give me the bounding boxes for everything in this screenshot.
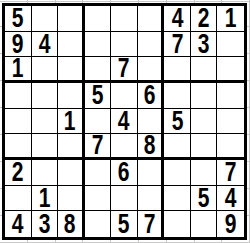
cell-r6c1[interactable] <box>5 134 32 160</box>
given-digit: 2 <box>198 6 210 32</box>
sudoku-screen: 54219473175614578267154438579 <box>0 0 250 243</box>
cell-r9c4[interactable] <box>85 211 112 237</box>
cell-r1c6[interactable] <box>138 6 165 32</box>
given-digit: 7 <box>118 57 130 82</box>
cell-r6c8[interactable] <box>191 134 218 160</box>
cell-r3c6[interactable] <box>138 57 165 83</box>
given-digit: 4 <box>38 32 50 58</box>
given-digit: 4 <box>118 109 130 135</box>
given-digit: 1 <box>12 57 24 82</box>
sudoku-board: 54219473175614578267154438579 <box>2 3 247 240</box>
cell-r4c9[interactable] <box>217 83 244 109</box>
cell-r7c5: 6 <box>111 160 138 186</box>
given-digit: 1 <box>64 109 76 135</box>
cell-r1c8: 2 <box>191 6 218 32</box>
cell-r8c5[interactable] <box>111 186 138 212</box>
cell-r6c6: 8 <box>138 134 165 160</box>
cell-r3c3[interactable] <box>58 57 85 83</box>
cell-r4c1[interactable] <box>5 83 32 109</box>
cell-r8c3[interactable] <box>58 186 85 212</box>
cell-r9c2: 3 <box>32 211 59 237</box>
cell-r8c4[interactable] <box>85 186 112 212</box>
given-digit: 5 <box>92 83 104 109</box>
cell-r7c9: 7 <box>217 160 244 186</box>
cell-r1c9: 1 <box>217 6 244 32</box>
faint-top-gridline <box>0 1 250 2</box>
cell-r9c5: 5 <box>111 211 138 237</box>
given-digit: 7 <box>144 211 156 237</box>
given-digit: 4 <box>12 211 24 237</box>
given-digit: 7 <box>171 32 183 58</box>
given-digit: 8 <box>64 211 76 237</box>
given-digit: 6 <box>144 83 156 109</box>
cell-r5c4[interactable] <box>85 109 112 135</box>
cell-r8c8: 5 <box>191 186 218 212</box>
cell-r6c3[interactable] <box>58 134 85 160</box>
cell-r6c9[interactable] <box>217 134 244 160</box>
cell-r4c3[interactable] <box>58 83 85 109</box>
given-digit: 5 <box>171 109 183 135</box>
cell-r4c6: 6 <box>138 83 165 109</box>
given-digit: 5 <box>118 211 130 237</box>
cell-r5c6[interactable] <box>138 109 165 135</box>
cell-r8c9: 4 <box>217 186 244 212</box>
cell-r2c3[interactable] <box>58 32 85 58</box>
given-digit: 2 <box>12 160 24 186</box>
cell-r1c7: 4 <box>164 6 191 32</box>
cell-r5c5: 4 <box>111 109 138 135</box>
given-digit: 5 <box>198 186 210 212</box>
cell-r7c6[interactable] <box>138 160 165 186</box>
cell-r5c9[interactable] <box>217 109 244 135</box>
given-digit: 8 <box>144 134 156 159</box>
cell-r6c5[interactable] <box>111 134 138 160</box>
given-digit: 3 <box>198 32 210 58</box>
cell-r1c5[interactable] <box>111 6 138 32</box>
given-digit: 5 <box>12 6 24 32</box>
cell-r8c7[interactable] <box>164 186 191 212</box>
cell-r1c2[interactable] <box>32 6 59 32</box>
cell-r3c2[interactable] <box>32 57 59 83</box>
cell-r4c8[interactable] <box>191 83 218 109</box>
cell-r3c8[interactable] <box>191 57 218 83</box>
cell-r4c4: 5 <box>85 83 112 109</box>
cell-r2c9[interactable] <box>217 32 244 58</box>
cell-r8c2: 1 <box>32 186 59 212</box>
cell-r2c8: 3 <box>191 32 218 58</box>
cell-r8c6[interactable] <box>138 186 165 212</box>
cell-r5c3: 1 <box>58 109 85 135</box>
cell-r3c4[interactable] <box>85 57 112 83</box>
cell-r4c5[interactable] <box>111 83 138 109</box>
given-digit: 1 <box>38 186 50 212</box>
cell-r7c2[interactable] <box>32 160 59 186</box>
given-digit: 1 <box>225 6 237 32</box>
cell-r1c4[interactable] <box>85 6 112 32</box>
given-digit: 4 <box>171 6 183 32</box>
cell-r5c8[interactable] <box>191 109 218 135</box>
cell-r2c2: 4 <box>32 32 59 58</box>
cell-r9c7[interactable] <box>164 211 191 237</box>
given-digit: 3 <box>38 211 50 237</box>
cell-r1c3[interactable] <box>58 6 85 32</box>
cell-r7c3[interactable] <box>58 160 85 186</box>
cell-r3c9[interactable] <box>217 57 244 83</box>
cell-r1c1: 5 <box>5 6 32 32</box>
cell-r3c7[interactable] <box>164 57 191 83</box>
cell-r2c1: 9 <box>5 32 32 58</box>
cell-r5c7: 5 <box>164 109 191 135</box>
cell-r8c1[interactable] <box>5 186 32 212</box>
given-digit: 7 <box>92 134 104 159</box>
cell-r9c9: 9 <box>217 211 244 237</box>
cell-r4c7[interactable] <box>164 83 191 109</box>
cell-r2c7: 7 <box>164 32 191 58</box>
cell-r7c8[interactable] <box>191 160 218 186</box>
given-digit: 9 <box>225 211 237 237</box>
cell-r6c7[interactable] <box>164 134 191 160</box>
cell-r9c3: 8 <box>58 211 85 237</box>
cell-r7c4[interactable] <box>85 160 112 186</box>
given-digit: 7 <box>225 160 237 186</box>
cell-r9c1: 4 <box>5 211 32 237</box>
cell-r2c6[interactable] <box>138 32 165 58</box>
cell-r3c1: 1 <box>5 57 32 83</box>
cell-r5c2[interactable] <box>32 109 59 135</box>
cell-r2c5[interactable] <box>111 32 138 58</box>
cell-r9c6: 7 <box>138 211 165 237</box>
cell-r6c2[interactable] <box>32 134 59 160</box>
given-digit: 4 <box>225 186 237 212</box>
cell-r4c2[interactable] <box>32 83 59 109</box>
cell-r7c7[interactable] <box>164 160 191 186</box>
cell-r3c5: 7 <box>111 57 138 83</box>
cell-r6c4: 7 <box>85 134 112 160</box>
cell-r5c1[interactable] <box>5 109 32 135</box>
given-digit: 6 <box>118 160 130 186</box>
cell-r7c1: 2 <box>5 160 32 186</box>
given-digit: 9 <box>12 32 24 58</box>
cell-r9c8[interactable] <box>191 211 218 237</box>
cell-r2c4[interactable] <box>85 32 112 58</box>
